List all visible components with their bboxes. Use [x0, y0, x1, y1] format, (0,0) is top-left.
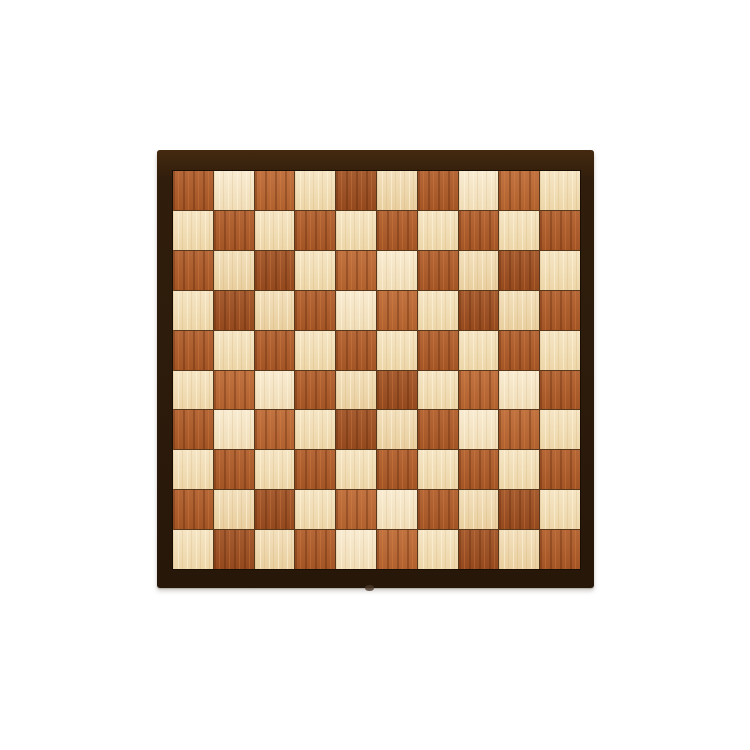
square-r1c9[interactable]: [499, 171, 539, 210]
square-r9c5[interactable]: [336, 490, 376, 529]
square-r9c2[interactable]: [214, 490, 254, 529]
square-r1c1[interactable]: [173, 171, 213, 210]
square-r2c4[interactable]: [295, 211, 335, 250]
square-r2c2[interactable]: [214, 211, 254, 250]
square-r10c4[interactable]: [295, 530, 335, 569]
square-r3c7[interactable]: [418, 251, 458, 290]
square-r9c7[interactable]: [418, 490, 458, 529]
square-r3c5[interactable]: [336, 251, 376, 290]
square-r7c4[interactable]: [295, 410, 335, 449]
square-r4c10[interactable]: [540, 291, 580, 330]
square-r2c3[interactable]: [255, 211, 295, 250]
square-r1c2[interactable]: [214, 171, 254, 210]
square-r8c4[interactable]: [295, 450, 335, 489]
square-r7c1[interactable]: [173, 410, 213, 449]
square-r4c9[interactable]: [499, 291, 539, 330]
board-playing-surface: [173, 171, 580, 569]
square-r6c8[interactable]: [459, 371, 499, 410]
square-r8c6[interactable]: [377, 450, 417, 489]
square-r1c8[interactable]: [459, 171, 499, 210]
square-r1c5[interactable]: [336, 171, 376, 210]
square-r9c4[interactable]: [295, 490, 335, 529]
square-r5c2[interactable]: [214, 331, 254, 370]
square-r9c1[interactable]: [173, 490, 213, 529]
square-r3c1[interactable]: [173, 251, 213, 290]
square-r6c7[interactable]: [418, 371, 458, 410]
square-r9c8[interactable]: [459, 490, 499, 529]
square-r9c3[interactable]: [255, 490, 295, 529]
square-r8c1[interactable]: [173, 450, 213, 489]
square-r5c9[interactable]: [499, 331, 539, 370]
square-r1c3[interactable]: [255, 171, 295, 210]
square-r2c6[interactable]: [377, 211, 417, 250]
square-r6c6[interactable]: [377, 371, 417, 410]
square-r1c7[interactable]: [418, 171, 458, 210]
square-r2c7[interactable]: [418, 211, 458, 250]
square-r4c4[interactable]: [295, 291, 335, 330]
square-r9c10[interactable]: [540, 490, 580, 529]
square-r4c2[interactable]: [214, 291, 254, 330]
square-r7c8[interactable]: [459, 410, 499, 449]
square-r3c10[interactable]: [540, 251, 580, 290]
square-r3c4[interactable]: [295, 251, 335, 290]
square-r8c3[interactable]: [255, 450, 295, 489]
square-r7c3[interactable]: [255, 410, 295, 449]
square-r10c3[interactable]: [255, 530, 295, 569]
square-r4c7[interactable]: [418, 291, 458, 330]
square-r2c1[interactable]: [173, 211, 213, 250]
square-r10c1[interactable]: [173, 530, 213, 569]
product-photo-background: [0, 0, 750, 750]
square-r10c7[interactable]: [418, 530, 458, 569]
square-r9c9[interactable]: [499, 490, 539, 529]
square-r2c9[interactable]: [499, 211, 539, 250]
square-r10c2[interactable]: [214, 530, 254, 569]
square-r8c8[interactable]: [459, 450, 499, 489]
square-r3c2[interactable]: [214, 251, 254, 290]
square-r6c10[interactable]: [540, 371, 580, 410]
square-r4c1[interactable]: [173, 291, 213, 330]
square-r5c4[interactable]: [295, 331, 335, 370]
square-r4c6[interactable]: [377, 291, 417, 330]
square-r10c9[interactable]: [499, 530, 539, 569]
square-r2c10[interactable]: [540, 211, 580, 250]
square-r6c4[interactable]: [295, 371, 335, 410]
square-r6c1[interactable]: [173, 371, 213, 410]
square-r7c2[interactable]: [214, 410, 254, 449]
square-r7c9[interactable]: [499, 410, 539, 449]
square-r5c8[interactable]: [459, 331, 499, 370]
square-r5c10[interactable]: [540, 331, 580, 370]
square-r7c6[interactable]: [377, 410, 417, 449]
square-r7c7[interactable]: [418, 410, 458, 449]
draughts-board: [157, 150, 594, 588]
square-r3c9[interactable]: [499, 251, 539, 290]
square-r6c9[interactable]: [499, 371, 539, 410]
square-r10c10[interactable]: [540, 530, 580, 569]
square-r5c3[interactable]: [255, 331, 295, 370]
square-r4c5[interactable]: [336, 291, 376, 330]
square-r2c5[interactable]: [336, 211, 376, 250]
square-r5c5[interactable]: [336, 331, 376, 370]
square-r3c6[interactable]: [377, 251, 417, 290]
square-r1c4[interactable]: [295, 171, 335, 210]
square-r3c8[interactable]: [459, 251, 499, 290]
square-r5c7[interactable]: [418, 331, 458, 370]
square-r7c5[interactable]: [336, 410, 376, 449]
square-r2c8[interactable]: [459, 211, 499, 250]
square-r10c8[interactable]: [459, 530, 499, 569]
square-r5c1[interactable]: [173, 331, 213, 370]
square-r4c3[interactable]: [255, 291, 295, 330]
square-r1c10[interactable]: [540, 171, 580, 210]
square-r7c10[interactable]: [540, 410, 580, 449]
square-r6c5[interactable]: [336, 371, 376, 410]
square-r6c2[interactable]: [214, 371, 254, 410]
square-r6c3[interactable]: [255, 371, 295, 410]
square-r8c9[interactable]: [499, 450, 539, 489]
square-r5c6[interactable]: [377, 331, 417, 370]
square-r10c5[interactable]: [336, 530, 376, 569]
square-r1c6[interactable]: [377, 171, 417, 210]
square-r3c3[interactable]: [255, 251, 295, 290]
square-r8c7[interactable]: [418, 450, 458, 489]
square-r8c5[interactable]: [336, 450, 376, 489]
square-r8c2[interactable]: [214, 450, 254, 489]
square-r9c6[interactable]: [377, 490, 417, 529]
frame-clasp-mark: [365, 585, 374, 591]
square-r10c6[interactable]: [377, 530, 417, 569]
square-r8c10[interactable]: [540, 450, 580, 489]
square-r4c8[interactable]: [459, 291, 499, 330]
